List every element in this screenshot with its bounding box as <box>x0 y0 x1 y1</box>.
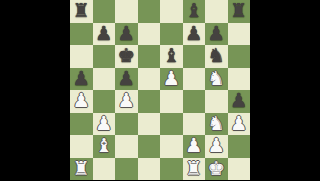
square-h4[interactable]: ♟ <box>228 90 251 113</box>
square-h7[interactable] <box>228 23 251 46</box>
square-a4[interactable]: ♟ <box>70 90 93 113</box>
square-b6[interactable] <box>93 45 116 68</box>
square-g4[interactable] <box>205 90 228 113</box>
square-c6[interactable]: ♚ <box>115 45 138 68</box>
square-h5[interactable] <box>228 68 251 91</box>
square-f8[interactable]: ♝ <box>183 0 206 23</box>
square-f6[interactable] <box>183 45 206 68</box>
square-a8[interactable]: ♜ <box>70 0 93 23</box>
square-b2[interactable]: ♝ <box>93 135 116 158</box>
piece-black-pawn: ♟ <box>208 23 225 45</box>
square-e4[interactable] <box>160 90 183 113</box>
square-d6[interactable] <box>138 45 161 68</box>
square-a1[interactable]: ♜ <box>70 158 93 181</box>
square-b4[interactable] <box>93 90 116 113</box>
square-h6[interactable] <box>228 45 251 68</box>
square-c3[interactable] <box>115 113 138 136</box>
square-d3[interactable] <box>138 113 161 136</box>
square-f4[interactable] <box>183 90 206 113</box>
square-e6[interactable]: ♝ <box>160 45 183 68</box>
piece-black-pawn: ♟ <box>73 68 90 90</box>
square-g3[interactable]: ♞ <box>205 113 228 136</box>
piece-white-pawn: ♟ <box>230 113 247 135</box>
square-f3[interactable] <box>183 113 206 136</box>
square-g8[interactable] <box>205 0 228 23</box>
piece-black-pawn: ♟ <box>95 23 112 45</box>
piece-black-pawn: ♟ <box>118 68 135 90</box>
square-f5[interactable] <box>183 68 206 91</box>
square-e3[interactable] <box>160 113 183 136</box>
square-h2[interactable] <box>228 135 251 158</box>
square-a7[interactable] <box>70 23 93 46</box>
square-e2[interactable] <box>160 135 183 158</box>
piece-white-bishop: ♝ <box>95 135 112 157</box>
square-e5[interactable]: ♟ <box>160 68 183 91</box>
chess-board: ♜♝♜♟♟♟♟♚♝♞♟♟♟♞♟♟♟♟♞♟♝♟♟♜♜♚ <box>70 0 250 180</box>
square-d2[interactable] <box>138 135 161 158</box>
piece-white-pawn: ♟ <box>185 135 202 157</box>
square-b5[interactable] <box>93 68 116 91</box>
piece-black-bishop: ♝ <box>163 45 180 67</box>
piece-white-king: ♚ <box>208 158 225 180</box>
square-a2[interactable] <box>70 135 93 158</box>
piece-white-pawn: ♟ <box>95 113 112 135</box>
square-g7[interactable]: ♟ <box>205 23 228 46</box>
square-b1[interactable] <box>93 158 116 181</box>
app-background: ♜♝♜♟♟♟♟♚♝♞♟♟♟♞♟♟♟♟♞♟♝♟♟♜♜♚ <box>0 0 320 180</box>
square-g1[interactable]: ♚ <box>205 158 228 181</box>
square-b7[interactable]: ♟ <box>93 23 116 46</box>
piece-white-rook: ♜ <box>73 158 90 180</box>
piece-white-pawn: ♟ <box>73 90 90 112</box>
piece-white-pawn: ♟ <box>163 68 180 90</box>
square-c5[interactable]: ♟ <box>115 68 138 91</box>
piece-white-knight: ♞ <box>208 68 225 90</box>
square-a5[interactable]: ♟ <box>70 68 93 91</box>
square-g5[interactable]: ♞ <box>205 68 228 91</box>
piece-black-bishop: ♝ <box>185 0 202 22</box>
piece-black-pawn: ♟ <box>230 90 247 112</box>
square-d1[interactable] <box>138 158 161 181</box>
square-c7[interactable]: ♟ <box>115 23 138 46</box>
square-e7[interactable] <box>160 23 183 46</box>
piece-black-pawn: ♟ <box>118 23 135 45</box>
square-b3[interactable]: ♟ <box>93 113 116 136</box>
square-h3[interactable]: ♟ <box>228 113 251 136</box>
square-c2[interactable] <box>115 135 138 158</box>
square-a6[interactable] <box>70 45 93 68</box>
square-c1[interactable] <box>115 158 138 181</box>
square-f2[interactable]: ♟ <box>183 135 206 158</box>
square-h1[interactable] <box>228 158 251 181</box>
piece-white-pawn: ♟ <box>208 135 225 157</box>
piece-white-pawn: ♟ <box>118 90 135 112</box>
square-g6[interactable]: ♞ <box>205 45 228 68</box>
square-d8[interactable] <box>138 0 161 23</box>
square-f1[interactable]: ♜ <box>183 158 206 181</box>
square-c8[interactable] <box>115 0 138 23</box>
square-e1[interactable] <box>160 158 183 181</box>
square-g2[interactable]: ♟ <box>205 135 228 158</box>
square-d7[interactable] <box>138 23 161 46</box>
piece-black-knight: ♞ <box>208 45 225 67</box>
square-a3[interactable] <box>70 113 93 136</box>
square-f7[interactable]: ♟ <box>183 23 206 46</box>
piece-black-rook: ♜ <box>73 0 90 22</box>
square-d4[interactable] <box>138 90 161 113</box>
square-h8[interactable]: ♜ <box>228 0 251 23</box>
piece-black-pawn: ♟ <box>185 23 202 45</box>
square-e8[interactable] <box>160 0 183 23</box>
piece-white-knight: ♞ <box>208 113 225 135</box>
square-c4[interactable]: ♟ <box>115 90 138 113</box>
square-b8[interactable] <box>93 0 116 23</box>
piece-black-rook: ♜ <box>230 0 247 22</box>
piece-black-king: ♚ <box>118 45 135 67</box>
piece-white-rook: ♜ <box>185 158 202 180</box>
square-d5[interactable] <box>138 68 161 91</box>
